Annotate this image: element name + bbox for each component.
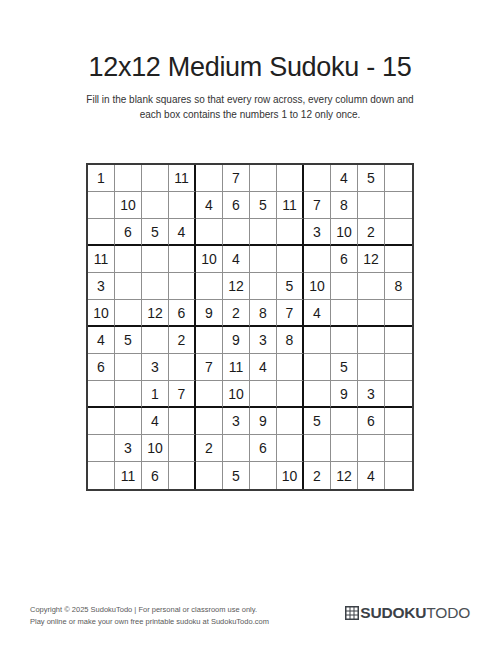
sudoku-cell-given: 2 [169,327,196,354]
sudoku-cell-given: 4 [223,246,250,273]
footer: Copyright © 2025 SudokuTodo | For person… [30,604,269,628]
sudoku-cell-given: 1 [142,381,169,408]
sudoku-cell-given: 10 [331,219,358,246]
sudoku-cell-empty [196,165,223,192]
logo-text-sudoku: SUDOKU [360,604,426,621]
sudoku-cell-given: 7 [223,165,250,192]
sudoku-cell-empty [331,435,358,462]
sudoku-cell-empty [304,165,331,192]
sudoku-cell-empty [385,165,412,192]
sudoku-board: 1117451046511786543102111046123125108101… [86,163,414,491]
instructions: Fill in the blank squares so that every … [0,92,500,122]
sudoku-cell-empty [169,408,196,435]
sudoku-cell-given: 5 [142,219,169,246]
sudoku-cell-given: 5 [331,354,358,381]
sudoku-cell-empty [142,165,169,192]
sudoku-cell-empty [385,300,412,327]
sudoku-cell-empty [358,327,385,354]
sudoku-cell-empty [385,219,412,246]
sudoku-cell-empty [223,219,250,246]
sudoku-cell-empty [358,192,385,219]
sudoku-cell-given: 12 [331,462,358,489]
sudoku-cell-given: 12 [142,300,169,327]
sudoku-cell-empty [277,354,304,381]
sudoku-cell-empty [196,381,223,408]
sudoku-cell-given: 10 [304,273,331,300]
sudoku-cell-empty [277,435,304,462]
sudoku-cell-empty [277,165,304,192]
sudoku-cell-empty [331,300,358,327]
sudoku-cell-given: 6 [358,408,385,435]
sudoku-cell-empty [331,408,358,435]
sudoku-cell-given: 11 [223,354,250,381]
sudoku-cell-empty [385,462,412,489]
sudoku-cell-empty [277,246,304,273]
sudoku-cell-given: 4 [358,462,385,489]
sudoku-cell-empty [331,273,358,300]
sudoku-cell-given: 9 [223,327,250,354]
sudoku-cell-given: 6 [250,435,277,462]
sudoku-cell-given: 5 [223,462,250,489]
sudoku-cell-given: 8 [250,300,277,327]
sudoku-cell-empty [304,246,331,273]
footer-copyright: Copyright © 2025 SudokuTodo | For person… [30,604,269,616]
sudoku-cell-empty [250,381,277,408]
sudoku-cell-empty [115,165,142,192]
sudoku-cell-given: 6 [88,354,115,381]
sudoku-cell-empty [331,327,358,354]
sudoku-cell-empty [250,246,277,273]
sudoku-cell-given: 4 [304,300,331,327]
sudoku-cell-given: 7 [304,192,331,219]
sudoku-cell-given: 6 [115,219,142,246]
sudoku-cell-empty [88,462,115,489]
sudoku-cell-empty [169,273,196,300]
sudoku-cell-empty [304,327,331,354]
sudoku-cell-empty [169,192,196,219]
sudoku-cell-given: 8 [331,192,358,219]
sudoku-cell-empty [304,354,331,381]
sudoku-cell-empty [358,354,385,381]
sudoku-cell-given: 3 [358,381,385,408]
sudoku-cell-given: 7 [277,300,304,327]
sudoku-cell-empty [277,219,304,246]
sudoku-cell-given: 2 [304,462,331,489]
sudoku-cell-given: 6 [169,300,196,327]
sudoku-cell-empty [250,219,277,246]
sudoku-cell-empty [142,246,169,273]
sudoku-cell-empty [277,408,304,435]
sudoku-cell-empty [250,273,277,300]
sudoku-cell-empty [385,435,412,462]
sudoku-cell-given: 5 [115,327,142,354]
sudoku-cell-empty [277,381,304,408]
sudoku-cell-given: 3 [142,354,169,381]
sudoku-cell-given: 5 [277,273,304,300]
sudoku-cell-empty [88,192,115,219]
sudoku-cell-given: 6 [223,192,250,219]
sudoku-cell-given: 9 [331,381,358,408]
instructions-line-1: Fill in the blank squares so that every … [0,92,500,107]
sudoku-cell-empty [385,408,412,435]
sudoku-cell-given: 9 [250,408,277,435]
logo-text: SUDOKUTODO [360,604,470,621]
sudoku-cell-empty [142,192,169,219]
sudoku-cell-given: 12 [358,246,385,273]
sudoku-cell-given: 10 [277,462,304,489]
sudoku-cell-given: 4 [88,327,115,354]
sudoku-cell-empty [169,462,196,489]
sudoku-cell-given: 10 [223,381,250,408]
instructions-line-2: each box contains the numbers 1 to 12 on… [0,107,500,122]
sudoku-cell-empty [115,273,142,300]
sudoku-cell-empty [115,381,142,408]
sudoku-cell-given: 11 [88,246,115,273]
sudoku-cell-given: 10 [115,192,142,219]
sudoku-cell-given: 3 [304,219,331,246]
sudoku-cell-given: 5 [358,165,385,192]
sudoku-cell-given: 10 [142,435,169,462]
sudoku-cell-given: 4 [331,165,358,192]
sudoku-cell-empty [196,327,223,354]
sudoku-cell-empty [169,435,196,462]
grid-icon [345,606,359,620]
sudoku-cell-given: 6 [331,246,358,273]
sudoku-cell-empty [142,273,169,300]
sudoku-cell-empty [196,462,223,489]
sudoku-cell-empty [115,354,142,381]
sudoku-cell-given: 5 [304,408,331,435]
sudoku-cell-given: 6 [142,462,169,489]
sudoku-cell-given: 11 [169,165,196,192]
sudoku-cell-given: 2 [358,219,385,246]
sudoku-cell-empty [250,462,277,489]
sudoku-cell-given: 11 [115,462,142,489]
sudoku-cell-empty [115,300,142,327]
sudoku-cell-given: 3 [223,408,250,435]
sudoku-cell-empty [385,354,412,381]
sudoku-cell-given: 2 [223,300,250,327]
sudoku-cell-given: 4 [142,408,169,435]
sudoku-cell-given: 10 [196,246,223,273]
sudoku-cell-empty [196,408,223,435]
sudoku-cell-given: 4 [196,192,223,219]
sudoku-cell-given: 5 [250,192,277,219]
sudoku-cell-given: 8 [277,327,304,354]
sudoku-cell-empty [88,408,115,435]
sudoku-cell-empty [358,435,385,462]
sudoku-cell-given: 4 [169,219,196,246]
logo-text-todo: TODO [426,604,470,621]
sudoku-cell-given: 9 [196,300,223,327]
sudoku-cell-given: 4 [250,354,277,381]
sudoku-cell-given: 3 [115,435,142,462]
sudoku-cell-empty [169,354,196,381]
sudoku-cell-empty [88,435,115,462]
sudoku-cell-given: 10 [88,300,115,327]
sudoku-cell-empty [385,327,412,354]
sudoku-cell-empty [385,192,412,219]
sudoku-cell-given: 7 [169,381,196,408]
sudokutodo-logo: SUDOKUTODO [345,604,470,621]
sudoku-cell-empty [358,300,385,327]
sudoku-cell-given: 12 [223,273,250,300]
sudoku-cell-empty [88,219,115,246]
footer-tagline: Play online or make your own free printa… [30,616,269,628]
sudoku-cell-given: 3 [250,327,277,354]
sudoku-cell-empty [223,435,250,462]
sudoku-cell-given: 1 [88,165,115,192]
sudoku-cell-empty [88,381,115,408]
sudoku-cell-given: 3 [88,273,115,300]
sudoku-cell-given: 8 [385,273,412,300]
sudoku-cell-given: 2 [196,435,223,462]
sudoku-cell-empty [115,408,142,435]
sudoku-cell-empty [196,219,223,246]
sudoku-cell-empty [304,435,331,462]
page-title: 12x12 Medium Sudoku - 15 [0,52,500,83]
sudoku-cell-empty [358,273,385,300]
sudoku-cell-given: 7 [196,354,223,381]
sudoku-cell-empty [142,327,169,354]
sudoku-cell-empty [115,246,142,273]
sudoku-cell-empty [385,246,412,273]
sudoku-cell-empty [304,381,331,408]
sudoku-cell-empty [250,165,277,192]
sudoku-cell-given: 11 [277,192,304,219]
sudoku-cell-empty [385,381,412,408]
sudoku-cell-empty [196,273,223,300]
sudoku-cell-empty [169,246,196,273]
